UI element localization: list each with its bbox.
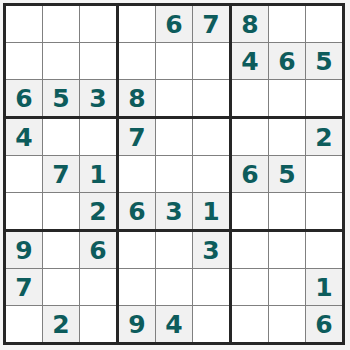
cell-r8c4[interactable] — [119, 269, 155, 305]
cell-r6c5: 3 — [156, 193, 192, 229]
cell-r5c4[interactable] — [119, 156, 155, 192]
cell-r8c7[interactable] — [232, 269, 268, 305]
cell-r5c5[interactable] — [156, 156, 192, 192]
sudoku-box-6: 265 — [232, 119, 342, 229]
cell-r3c9[interactable] — [306, 80, 342, 116]
cell-r6c4: 6 — [119, 193, 155, 229]
cell-r5c6[interactable] — [193, 156, 229, 192]
cell-r5c7: 6 — [232, 156, 268, 192]
cell-r1c1[interactable] — [6, 6, 42, 42]
cell-r2c5[interactable] — [156, 43, 192, 79]
cell-r5c2: 7 — [43, 156, 79, 192]
cell-r3c8[interactable] — [269, 80, 305, 116]
cell-r8c5[interactable] — [156, 269, 192, 305]
cell-r8c9: 1 — [306, 269, 342, 305]
cell-r1c7: 8 — [232, 6, 268, 42]
cell-r7c1: 9 — [6, 232, 42, 268]
cell-r4c1: 4 — [6, 119, 42, 155]
cell-r1c4[interactable] — [119, 6, 155, 42]
cell-r9c6[interactable] — [193, 306, 229, 342]
sudoku-box-9: 16 — [232, 232, 342, 342]
cell-r4c8[interactable] — [269, 119, 305, 155]
cell-r6c7[interactable] — [232, 193, 268, 229]
cell-r6c3: 2 — [80, 193, 116, 229]
cell-r1c9[interactable] — [306, 6, 342, 42]
cell-r1c8[interactable] — [269, 6, 305, 42]
cell-r9c1[interactable] — [6, 306, 42, 342]
cell-r7c2[interactable] — [43, 232, 79, 268]
cell-r3c6[interactable] — [193, 80, 229, 116]
cell-r8c3[interactable] — [80, 269, 116, 305]
cell-r6c6: 1 — [193, 193, 229, 229]
cell-r2c4[interactable] — [119, 43, 155, 79]
cell-r6c9[interactable] — [306, 193, 342, 229]
cell-r2c7: 4 — [232, 43, 268, 79]
cell-r7c8[interactable] — [269, 232, 305, 268]
cell-r7c7[interactable] — [232, 232, 268, 268]
cell-r4c9: 2 — [306, 119, 342, 155]
sudoku-box-4: 4712 — [6, 119, 116, 229]
cell-r2c2[interactable] — [43, 43, 79, 79]
cell-r3c1: 6 — [6, 80, 42, 116]
cell-r1c2[interactable] — [43, 6, 79, 42]
cell-r6c8[interactable] — [269, 193, 305, 229]
sudoku-board: 653678846547127631265967239416 — [3, 3, 345, 345]
cell-r7c4[interactable] — [119, 232, 155, 268]
cell-r1c3[interactable] — [80, 6, 116, 42]
cell-r9c8[interactable] — [269, 306, 305, 342]
sudoku-box-2: 678 — [119, 6, 229, 116]
cell-r6c1[interactable] — [6, 193, 42, 229]
cell-r3c5[interactable] — [156, 80, 192, 116]
cell-r9c5: 4 — [156, 306, 192, 342]
cell-r7c3: 6 — [80, 232, 116, 268]
cell-r8c1: 7 — [6, 269, 42, 305]
cell-r2c9: 5 — [306, 43, 342, 79]
cell-r9c7[interactable] — [232, 306, 268, 342]
cell-r3c7[interactable] — [232, 80, 268, 116]
cell-r2c1[interactable] — [6, 43, 42, 79]
sudoku-box-5: 7631 — [119, 119, 229, 229]
cell-r1c6: 7 — [193, 6, 229, 42]
cell-r9c9: 6 — [306, 306, 342, 342]
sudoku-box-8: 394 — [119, 232, 229, 342]
cell-r3c4: 8 — [119, 80, 155, 116]
cell-r5c9[interactable] — [306, 156, 342, 192]
sudoku-box-3: 8465 — [232, 6, 342, 116]
cell-r3c2: 5 — [43, 80, 79, 116]
cell-r9c2: 2 — [43, 306, 79, 342]
cell-r2c8: 6 — [269, 43, 305, 79]
cell-r4c5[interactable] — [156, 119, 192, 155]
cell-r4c7[interactable] — [232, 119, 268, 155]
sudoku-box-1: 653 — [6, 6, 116, 116]
cell-r7c5[interactable] — [156, 232, 192, 268]
cell-r5c3: 1 — [80, 156, 116, 192]
cell-r8c8[interactable] — [269, 269, 305, 305]
cell-r5c1[interactable] — [6, 156, 42, 192]
cell-r8c6[interactable] — [193, 269, 229, 305]
cell-r9c4: 9 — [119, 306, 155, 342]
cell-r3c3: 3 — [80, 80, 116, 116]
cell-r4c4: 7 — [119, 119, 155, 155]
cell-r2c6[interactable] — [193, 43, 229, 79]
cell-r7c6: 3 — [193, 232, 229, 268]
cell-r1c5: 6 — [156, 6, 192, 42]
cell-r6c2[interactable] — [43, 193, 79, 229]
cell-r7c9[interactable] — [306, 232, 342, 268]
cell-r4c3[interactable] — [80, 119, 116, 155]
cell-r4c6[interactable] — [193, 119, 229, 155]
cell-r8c2[interactable] — [43, 269, 79, 305]
cell-r2c3[interactable] — [80, 43, 116, 79]
cell-r4c2[interactable] — [43, 119, 79, 155]
sudoku-box-7: 9672 — [6, 232, 116, 342]
cell-r5c8: 5 — [269, 156, 305, 192]
cell-r9c3[interactable] — [80, 306, 116, 342]
